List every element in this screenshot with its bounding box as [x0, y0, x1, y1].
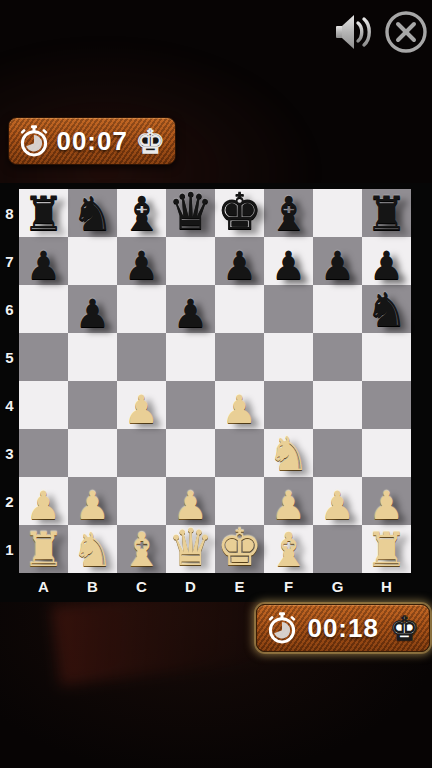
black-pawn[interactable]: ♟: [313, 246, 362, 285]
square-g8[interactable]: [313, 189, 362, 237]
white-timer-badge: 00:18 ♚: [256, 604, 430, 652]
rank-label-6: 6: [0, 285, 19, 333]
rank-label-4: 4: [0, 381, 19, 429]
square-c4[interactable]: ♟: [117, 381, 166, 429]
square-e6[interactable]: [215, 285, 264, 333]
square-e8[interactable]: ♚: [215, 189, 264, 237]
speaker-icon: [333, 10, 377, 54]
chess-board: 87654321 ♜♞♝♛♚♝♜♟♟♟♟♟♟♟♟♞♟♟♞♟♟♟♟♟♟♜♞♝♛♚♝…: [0, 183, 432, 602]
square-a4[interactable]: [19, 381, 68, 429]
black-pawn[interactable]: ♟: [215, 246, 264, 285]
white-pawn[interactable]: ♟: [264, 486, 313, 525]
white-rook[interactable]: ♜: [362, 526, 411, 573]
white-bishop[interactable]: ♝: [117, 526, 166, 573]
square-d3[interactable]: [166, 429, 215, 477]
black-timer-text: 00:07: [56, 128, 128, 154]
black-queen[interactable]: ♛: [166, 186, 215, 237]
black-pawn[interactable]: ♟: [68, 294, 117, 333]
square-h2[interactable]: ♟: [362, 477, 411, 525]
black-pawn[interactable]: ♟: [264, 246, 313, 285]
square-f1[interactable]: ♝: [264, 525, 313, 573]
square-b7[interactable]: [68, 237, 117, 285]
square-f7[interactable]: ♟: [264, 237, 313, 285]
close-icon: [384, 10, 428, 54]
square-b2[interactable]: ♟: [68, 477, 117, 525]
square-b5[interactable]: [68, 333, 117, 381]
square-f2[interactable]: ♟: [264, 477, 313, 525]
black-knight[interactable]: ♞: [68, 190, 117, 237]
square-h6[interactable]: ♞: [362, 285, 411, 333]
square-d7[interactable]: [166, 237, 215, 285]
square-b6[interactable]: ♟: [68, 285, 117, 333]
square-g6[interactable]: [313, 285, 362, 333]
square-b8[interactable]: ♞: [68, 189, 117, 237]
square-g2[interactable]: ♟: [313, 477, 362, 525]
square-d5[interactable]: [166, 333, 215, 381]
square-e7[interactable]: ♟: [215, 237, 264, 285]
square-h8[interactable]: ♜: [362, 189, 411, 237]
square-f8[interactable]: ♝: [264, 189, 313, 237]
square-h7[interactable]: ♟: [362, 237, 411, 285]
black-pawn[interactable]: ♟: [362, 246, 411, 285]
white-king-icon: ♚: [389, 612, 419, 645]
square-b1[interactable]: ♞: [68, 525, 117, 573]
white-pawn[interactable]: ♟: [215, 390, 264, 429]
stopwatch-icon: [267, 611, 297, 645]
square-g4[interactable]: [313, 381, 362, 429]
square-d6[interactable]: ♟: [166, 285, 215, 333]
square-d4[interactable]: [166, 381, 215, 429]
square-d8[interactable]: ♛: [166, 189, 215, 237]
sound-button[interactable]: [333, 10, 377, 54]
white-pawn[interactable]: ♟: [313, 486, 362, 525]
rank-label-5: 5: [0, 333, 19, 381]
rank-label-7: 7: [0, 237, 19, 285]
square-f6[interactable]: [264, 285, 313, 333]
square-e5[interactable]: [215, 333, 264, 381]
square-a6[interactable]: [19, 285, 68, 333]
square-a7[interactable]: ♟: [19, 237, 68, 285]
rank-label-8: 8: [0, 189, 19, 237]
black-rook[interactable]: ♜: [362, 190, 411, 237]
square-g3[interactable]: [313, 429, 362, 477]
square-c2[interactable]: [117, 477, 166, 525]
square-d1[interactable]: ♛: [166, 525, 215, 573]
file-label-g: G: [313, 573, 362, 599]
white-pawn[interactable]: ♟: [117, 390, 166, 429]
white-pawn[interactable]: ♟: [362, 486, 411, 525]
white-pawn[interactable]: ♟: [19, 486, 68, 525]
white-knight[interactable]: ♞: [264, 430, 313, 477]
square-c7[interactable]: ♟: [117, 237, 166, 285]
square-f3[interactable]: ♞: [264, 429, 313, 477]
square-c6[interactable]: [117, 285, 166, 333]
top-bar: [0, 0, 432, 60]
white-knight[interactable]: ♞: [68, 526, 117, 573]
square-e4[interactable]: ♟: [215, 381, 264, 429]
black-pawn[interactable]: ♟: [117, 246, 166, 285]
square-h5[interactable]: [362, 333, 411, 381]
square-g5[interactable]: [313, 333, 362, 381]
white-king[interactable]: ♚: [215, 522, 264, 573]
white-queen[interactable]: ♛: [166, 522, 215, 573]
square-a2[interactable]: ♟: [19, 477, 68, 525]
rank-label-1: 1: [0, 525, 19, 573]
square-c1[interactable]: ♝: [117, 525, 166, 573]
black-timer-badge: 00:07 ♚: [8, 117, 176, 165]
black-rook[interactable]: ♜: [19, 190, 68, 237]
square-e1[interactable]: ♚: [215, 525, 264, 573]
square-c3[interactable]: [117, 429, 166, 477]
stopwatch-icon: [19, 124, 49, 158]
square-h4[interactable]: [362, 381, 411, 429]
square-a8[interactable]: ♜: [19, 189, 68, 237]
square-f4[interactable]: [264, 381, 313, 429]
square-a5[interactable]: [19, 333, 68, 381]
black-pawn[interactable]: ♟: [166, 294, 215, 333]
black-bishop[interactable]: ♝: [117, 190, 166, 237]
white-timer-text: 00:18: [307, 615, 379, 641]
board-grid: ♜♞♝♛♚♝♜♟♟♟♟♟♟♟♟♞♟♟♞♟♟♟♟♟♟♜♞♝♛♚♝♜: [19, 189, 411, 573]
black-bishop[interactable]: ♝: [264, 190, 313, 237]
white-rook[interactable]: ♜: [19, 526, 68, 573]
black-king-icon: ♚: [135, 125, 165, 158]
square-g1[interactable]: [313, 525, 362, 573]
rank-label-3: 3: [0, 429, 19, 477]
square-a1[interactable]: ♜: [19, 525, 68, 573]
square-c8[interactable]: ♝: [117, 189, 166, 237]
square-f5[interactable]: [264, 333, 313, 381]
square-c5[interactable]: [117, 333, 166, 381]
black-knight[interactable]: ♞: [362, 286, 411, 333]
black-king[interactable]: ♚: [215, 186, 264, 237]
square-g7[interactable]: ♟: [313, 237, 362, 285]
square-e3[interactable]: [215, 429, 264, 477]
square-h3[interactable]: [362, 429, 411, 477]
white-bishop[interactable]: ♝: [264, 526, 313, 573]
square-a3[interactable]: [19, 429, 68, 477]
rank-label-2: 2: [0, 477, 19, 525]
square-b3[interactable]: [68, 429, 117, 477]
square-h1[interactable]: ♜: [362, 525, 411, 573]
close-button[interactable]: [384, 10, 428, 54]
rank-labels: 87654321: [0, 189, 19, 573]
square-b4[interactable]: [68, 381, 117, 429]
black-pawn[interactable]: ♟: [19, 246, 68, 285]
white-pawn[interactable]: ♟: [68, 486, 117, 525]
